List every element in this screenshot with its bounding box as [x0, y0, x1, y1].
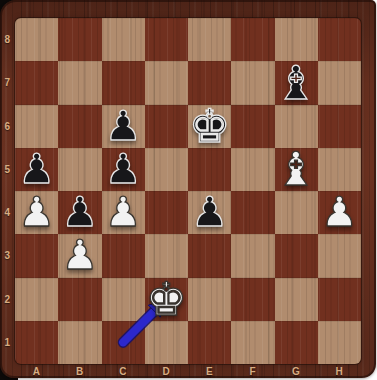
square-g3[interactable] — [275, 234, 318, 277]
rank-label-3: 3 — [1, 234, 14, 277]
square-a2[interactable] — [15, 278, 58, 321]
square-f5[interactable] — [231, 148, 274, 191]
square-a7[interactable] — [15, 61, 58, 104]
piece-white-pawn-a4[interactable]: ♟ — [15, 191, 58, 236]
square-h5[interactable] — [318, 148, 361, 191]
rank-label-4: 4 — [1, 191, 14, 234]
chessboard-widget: 87654321ABCDEFGH ♝♟♚♟♟♝♟♟♟♟♟♟♚ — [0, 0, 377, 380]
square-b6[interactable] — [58, 105, 101, 148]
square-d3[interactable] — [145, 234, 188, 277]
square-g8[interactable] — [275, 18, 318, 61]
square-h1[interactable] — [318, 321, 361, 364]
square-e5[interactable] — [188, 148, 231, 191]
piece-white-bishop-g5[interactable]: ♝ — [275, 148, 318, 193]
square-c7[interactable] — [102, 61, 145, 104]
piece-white-king-d2[interactable]: ♚ — [145, 278, 188, 323]
square-e8[interactable] — [188, 18, 231, 61]
square-c1[interactable] — [102, 321, 145, 364]
square-a8[interactable] — [15, 18, 58, 61]
square-c2[interactable] — [102, 278, 145, 321]
square-b7[interactable] — [58, 61, 101, 104]
file-label-c: C — [102, 364, 145, 378]
square-e3[interactable] — [188, 234, 231, 277]
square-f3[interactable] — [231, 234, 274, 277]
square-f6[interactable] — [231, 105, 274, 148]
file-label-f: F — [231, 364, 274, 378]
square-d7[interactable] — [145, 61, 188, 104]
rank-label-2: 2 — [1, 278, 14, 321]
rank-label-7: 7 — [1, 61, 14, 104]
square-b8[interactable] — [58, 18, 101, 61]
square-f2[interactable] — [231, 278, 274, 321]
square-g2[interactable] — [275, 278, 318, 321]
piece-black-pawn-a5[interactable]: ♟ — [15, 148, 58, 193]
piece-black-bishop-g7[interactable]: ♝ — [275, 61, 318, 106]
square-f4[interactable] — [231, 191, 274, 234]
piece-white-pawn-h4[interactable]: ♟ — [318, 191, 361, 236]
square-d1[interactable] — [145, 321, 188, 364]
piece-white-pawn-b3[interactable]: ♟ — [58, 234, 101, 279]
file-label-d: D — [145, 364, 188, 378]
square-g1[interactable] — [275, 321, 318, 364]
square-g6[interactable] — [275, 105, 318, 148]
file-label-a: A — [15, 364, 58, 378]
square-f1[interactable] — [231, 321, 274, 364]
square-b5[interactable] — [58, 148, 101, 191]
file-label-b: B — [58, 364, 101, 378]
square-b1[interactable] — [58, 321, 101, 364]
square-d5[interactable] — [145, 148, 188, 191]
square-e1[interactable] — [188, 321, 231, 364]
square-f7[interactable] — [231, 61, 274, 104]
square-h3[interactable] — [318, 234, 361, 277]
square-h2[interactable] — [318, 278, 361, 321]
file-label-g: G — [275, 364, 318, 378]
file-label-h: H — [318, 364, 361, 378]
square-d6[interactable] — [145, 105, 188, 148]
piece-black-pawn-c5[interactable]: ♟ — [102, 148, 145, 193]
square-e7[interactable] — [188, 61, 231, 104]
rank-label-1: 1 — [1, 321, 14, 364]
piece-black-pawn-e4[interactable]: ♟ — [188, 191, 231, 236]
square-d4[interactable] — [145, 191, 188, 234]
piece-black-pawn-b4[interactable]: ♟ — [58, 191, 101, 236]
square-h6[interactable] — [318, 105, 361, 148]
square-d8[interactable] — [145, 18, 188, 61]
piece-black-pawn-c6[interactable]: ♟ — [102, 105, 145, 150]
square-b2[interactable] — [58, 278, 101, 321]
square-c8[interactable] — [102, 18, 145, 61]
piece-black-king-e6[interactable]: ♚ — [188, 105, 231, 150]
rank-label-8: 8 — [1, 18, 14, 61]
square-h8[interactable] — [318, 18, 361, 61]
square-e2[interactable] — [188, 278, 231, 321]
square-h7[interactable] — [318, 61, 361, 104]
rank-label-5: 5 — [1, 148, 14, 191]
rank-label-6: 6 — [1, 105, 14, 148]
square-a1[interactable] — [15, 321, 58, 364]
square-a3[interactable] — [15, 234, 58, 277]
square-g4[interactable] — [275, 191, 318, 234]
square-f8[interactable] — [231, 18, 274, 61]
square-a6[interactable] — [15, 105, 58, 148]
file-label-e: E — [188, 364, 231, 378]
piece-white-pawn-c4[interactable]: ♟ — [102, 191, 145, 236]
square-c3[interactable] — [102, 234, 145, 277]
